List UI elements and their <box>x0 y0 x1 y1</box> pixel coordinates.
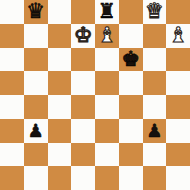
square-b5[interactable] <box>24 71 48 95</box>
square-c4[interactable] <box>48 95 72 119</box>
square-b3[interactable]: ♟ <box>24 119 48 143</box>
square-a2[interactable] <box>0 143 24 167</box>
square-a8[interactable] <box>0 0 24 24</box>
square-d2[interactable] <box>71 143 95 167</box>
square-e5[interactable] <box>95 71 119 95</box>
square-h6[interactable] <box>166 48 190 72</box>
square-h4[interactable] <box>166 95 190 119</box>
square-h7[interactable]: ♝ <box>166 24 190 48</box>
square-f2[interactable] <box>119 143 143 167</box>
square-g8[interactable]: ♛ <box>143 0 167 24</box>
square-d8[interactable] <box>71 0 95 24</box>
square-f3[interactable] <box>119 119 143 143</box>
square-h8[interactable] <box>166 0 190 24</box>
square-g4[interactable] <box>143 95 167 119</box>
square-h3[interactable] <box>166 119 190 143</box>
square-b2[interactable] <box>24 143 48 167</box>
white-king-piece[interactable]: ♚ <box>74 24 93 48</box>
square-b8[interactable]: ♛ <box>24 0 48 24</box>
square-f5[interactable] <box>119 71 143 95</box>
square-h5[interactable] <box>166 71 190 95</box>
square-f7[interactable] <box>119 24 143 48</box>
square-h1[interactable] <box>166 166 190 190</box>
black-pawn-piece[interactable]: ♟ <box>146 119 162 143</box>
square-c2[interactable] <box>48 143 72 167</box>
white-bishop-piece[interactable]: ♝ <box>97 24 116 48</box>
square-f8[interactable] <box>119 0 143 24</box>
square-c5[interactable] <box>48 71 72 95</box>
square-c8[interactable] <box>48 0 72 24</box>
square-c7[interactable] <box>48 24 72 48</box>
white-queen-piece[interactable]: ♛ <box>145 0 164 24</box>
square-g3[interactable]: ♟ <box>143 119 167 143</box>
square-a6[interactable] <box>0 48 24 72</box>
square-g1[interactable] <box>143 166 167 190</box>
square-f6[interactable]: ♚ <box>119 48 143 72</box>
black-rook-piece[interactable]: ♜ <box>97 0 116 24</box>
square-a1[interactable] <box>0 166 24 190</box>
chess-board: ♛♜♛♚♝♝♚♟♟ <box>0 0 190 190</box>
black-queen-piece[interactable]: ♛ <box>26 0 45 24</box>
square-e8[interactable]: ♜ <box>95 0 119 24</box>
black-king-piece[interactable]: ♚ <box>121 48 140 72</box>
square-d7[interactable]: ♚ <box>71 24 95 48</box>
square-d4[interactable] <box>71 95 95 119</box>
square-e6[interactable] <box>95 48 119 72</box>
square-e7[interactable]: ♝ <box>95 24 119 48</box>
square-a5[interactable] <box>0 71 24 95</box>
square-e3[interactable] <box>95 119 119 143</box>
square-g2[interactable] <box>143 143 167 167</box>
square-a7[interactable] <box>0 24 24 48</box>
square-e1[interactable] <box>95 166 119 190</box>
square-b1[interactable] <box>24 166 48 190</box>
black-pawn-piece[interactable]: ♟ <box>28 119 44 143</box>
square-a3[interactable] <box>0 119 24 143</box>
square-b6[interactable] <box>24 48 48 72</box>
square-d6[interactable] <box>71 48 95 72</box>
square-d5[interactable] <box>71 71 95 95</box>
square-c3[interactable] <box>48 119 72 143</box>
square-f4[interactable] <box>119 95 143 119</box>
square-g5[interactable] <box>143 71 167 95</box>
square-g6[interactable] <box>143 48 167 72</box>
square-c1[interactable] <box>48 166 72 190</box>
square-e2[interactable] <box>95 143 119 167</box>
square-d3[interactable] <box>71 119 95 143</box>
white-bishop-piece[interactable]: ♝ <box>169 24 188 48</box>
square-b4[interactable] <box>24 95 48 119</box>
square-e4[interactable] <box>95 95 119 119</box>
square-a4[interactable] <box>0 95 24 119</box>
square-g7[interactable] <box>143 24 167 48</box>
square-f1[interactable] <box>119 166 143 190</box>
square-d1[interactable] <box>71 166 95 190</box>
square-c6[interactable] <box>48 48 72 72</box>
square-h2[interactable] <box>166 143 190 167</box>
square-b7[interactable] <box>24 24 48 48</box>
